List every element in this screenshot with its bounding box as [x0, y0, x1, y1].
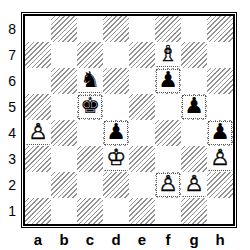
square-d7[interactable] [103, 42, 129, 68]
square-c3[interactable] [77, 146, 103, 172]
square-f6[interactable]: ♟ [155, 68, 181, 94]
square-g6[interactable] [181, 68, 207, 94]
piece-white-king: ♔ [106, 147, 126, 169]
square-g4[interactable] [181, 120, 207, 146]
square-c7[interactable] [77, 42, 103, 68]
piece-box: ♙ [182, 173, 206, 197]
square-f3[interactable] [155, 146, 181, 172]
piece-white-bishop: ♗ [158, 43, 178, 65]
square-h6[interactable] [207, 68, 233, 94]
rank-label-2: 2 [0, 172, 20, 198]
square-h7[interactable] [207, 42, 233, 68]
piece-box: ♔ [104, 147, 128, 171]
square-f2[interactable]: ♙ [155, 172, 181, 198]
piece-black-pawn: ♟ [106, 121, 126, 143]
square-a2[interactable] [25, 172, 51, 198]
rank-label-6: 6 [0, 68, 20, 94]
piece-box: ♗ [156, 43, 180, 67]
square-f5[interactable] [155, 94, 181, 120]
square-h1[interactable] [207, 198, 233, 224]
piece-box: ♚ [78, 95, 102, 119]
piece-box: ♙ [208, 147, 232, 171]
rank-label-3: 3 [0, 146, 20, 172]
square-h2[interactable] [207, 172, 233, 198]
square-e7[interactable] [129, 42, 155, 68]
square-g1[interactable] [181, 198, 207, 224]
piece-box: ♟ [156, 69, 180, 93]
square-e4[interactable] [129, 120, 155, 146]
square-b4[interactable] [51, 120, 77, 146]
square-h4[interactable]: ♟ [207, 120, 233, 146]
piece-white-pawn: ♙ [210, 147, 230, 169]
square-g8[interactable] [181, 16, 207, 42]
piece-white-pawn: ♙ [184, 173, 204, 195]
square-d8[interactable] [103, 16, 129, 42]
square-g7[interactable] [181, 42, 207, 68]
file-label-a: a [25, 230, 51, 248]
piece-black-knight: ♞ [80, 69, 100, 91]
square-e5[interactable] [129, 94, 155, 120]
square-a6[interactable] [25, 68, 51, 94]
piece-black-king: ♚ [80, 95, 100, 117]
square-c5[interactable]: ♚ [77, 94, 103, 120]
square-b1[interactable] [51, 198, 77, 224]
square-f8[interactable] [155, 16, 181, 42]
file-label-c: c [77, 230, 103, 248]
rank-labels: 87654321 [0, 16, 20, 224]
piece-black-pawn: ♟ [210, 121, 230, 143]
square-d1[interactable] [103, 198, 129, 224]
file-label-e: e [129, 230, 155, 248]
square-a3[interactable] [25, 146, 51, 172]
rank-label-1: 1 [0, 198, 20, 224]
rank-label-8: 8 [0, 16, 20, 42]
square-c6[interactable]: ♞ [77, 68, 103, 94]
square-c4[interactable] [77, 120, 103, 146]
square-b2[interactable] [51, 172, 77, 198]
square-d5[interactable] [103, 94, 129, 120]
square-e6[interactable] [129, 68, 155, 94]
piece-black-pawn: ♟ [158, 69, 178, 91]
square-d2[interactable] [103, 172, 129, 198]
square-b3[interactable] [51, 146, 77, 172]
square-b8[interactable] [51, 16, 77, 42]
square-h5[interactable] [207, 94, 233, 120]
square-g2[interactable]: ♙ [181, 172, 207, 198]
square-h8[interactable] [207, 16, 233, 42]
piece-black-pawn: ♟ [184, 95, 204, 117]
square-b7[interactable] [51, 42, 77, 68]
square-a7[interactable] [25, 42, 51, 68]
piece-box: ♟ [104, 121, 128, 145]
rank-label-4: 4 [0, 120, 20, 146]
square-c1[interactable] [77, 198, 103, 224]
square-e8[interactable] [129, 16, 155, 42]
square-e2[interactable] [129, 172, 155, 198]
square-a8[interactable] [25, 16, 51, 42]
file-label-b: b [51, 230, 77, 248]
square-d6[interactable] [103, 68, 129, 94]
piece-box: ♟ [208, 121, 232, 145]
square-d3[interactable]: ♔ [103, 146, 129, 172]
piece-white-pawn: ♙ [28, 121, 48, 143]
rank-label-5: 5 [0, 94, 20, 120]
file-label-g: g [181, 230, 207, 248]
rank-label-7: 7 [0, 42, 20, 68]
square-g5[interactable]: ♟ [181, 94, 207, 120]
square-f1[interactable] [155, 198, 181, 224]
file-label-d: d [103, 230, 129, 248]
square-a5[interactable] [25, 94, 51, 120]
piece-white-pawn: ♙ [158, 173, 178, 195]
square-c8[interactable] [77, 16, 103, 42]
file-label-f: f [155, 230, 181, 248]
board-frame: ♗♞♟♚♟♙♟♟♔♙♙♙ [21, 12, 237, 228]
file-labels: abcdefgh [25, 230, 233, 248]
piece-box: ♞ [78, 69, 102, 93]
square-g3[interactable] [181, 146, 207, 172]
square-h3[interactable]: ♙ [207, 146, 233, 172]
square-b6[interactable] [51, 68, 77, 94]
piece-box: ♙ [26, 121, 50, 145]
square-a1[interactable] [25, 198, 51, 224]
square-a4[interactable]: ♙ [25, 120, 51, 146]
piece-box: ♙ [156, 173, 180, 197]
square-f4[interactable] [155, 120, 181, 146]
square-d4[interactable]: ♟ [103, 120, 129, 146]
square-b5[interactable] [51, 94, 77, 120]
chess-board: ♗♞♟♚♟♙♟♟♔♙♙♙ [23, 14, 235, 226]
piece-box: ♟ [182, 95, 206, 119]
file-label-h: h [207, 230, 233, 248]
chess-diagram: 87654321 ♗♞♟♚♟♙♟♟♔♙♙♙ abcdefgh [0, 0, 250, 250]
square-e3[interactable] [129, 146, 155, 172]
square-f7[interactable]: ♗ [155, 42, 181, 68]
square-c2[interactable] [77, 172, 103, 198]
square-e1[interactable] [129, 198, 155, 224]
